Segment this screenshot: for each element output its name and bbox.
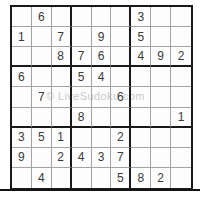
cell-r4c4[interactable]: 5	[72, 67, 92, 87]
cell-r4c8[interactable]	[151, 67, 171, 87]
cell-r3c6[interactable]	[111, 47, 131, 67]
cell-r6c3[interactable]	[52, 108, 72, 128]
cell-r1c8[interactable]	[151, 7, 171, 27]
cell-r7c3[interactable]: 1	[52, 128, 72, 148]
cell-r2c5[interactable]: 9	[92, 27, 112, 47]
cell-r9c2[interactable]: 4	[32, 168, 52, 188]
cell-r9c9[interactable]	[171, 168, 191, 188]
cell-r5c4[interactable]	[72, 87, 92, 107]
cell-r9c4[interactable]	[72, 168, 92, 188]
cell-r8c5[interactable]: 3	[92, 148, 112, 168]
cell-r7c8[interactable]	[151, 128, 171, 148]
cell-r5c6[interactable]: 6	[111, 87, 131, 107]
cell-r6c7[interactable]	[131, 108, 151, 128]
cell-r4c9[interactable]	[171, 67, 191, 87]
cell-r9c7[interactable]: 8	[131, 168, 151, 188]
cell-r7c5[interactable]	[92, 128, 112, 148]
cell-r2c9[interactable]	[171, 27, 191, 47]
cell-r7c1[interactable]: 3	[12, 128, 32, 148]
cell-r9c5[interactable]	[92, 168, 112, 188]
cell-r3c2[interactable]	[32, 47, 52, 67]
cell-r1c7[interactable]: 3	[131, 7, 151, 27]
cell-r6c5[interactable]	[92, 108, 112, 128]
cell-r3c3[interactable]: 8	[52, 47, 72, 67]
cell-r4c5[interactable]: 4	[92, 67, 112, 87]
cell-r2c2[interactable]	[32, 27, 52, 47]
cell-r7c6[interactable]: 2	[111, 128, 131, 148]
cell-r6c8[interactable]	[151, 108, 171, 128]
cell-r8c8[interactable]	[151, 148, 171, 168]
cell-r8c7[interactable]	[131, 148, 151, 168]
cell-r3c7[interactable]: 4	[131, 47, 151, 67]
cell-r2c8[interactable]	[151, 27, 171, 47]
cell-r9c3[interactable]	[52, 168, 72, 188]
cell-r7c7[interactable]	[131, 128, 151, 148]
cell-r5c7[interactable]	[131, 87, 151, 107]
cell-r8c3[interactable]: 2	[52, 148, 72, 168]
cell-r6c1[interactable]	[12, 108, 32, 128]
bottom-divider-line	[0, 189, 200, 191]
cell-r5c2[interactable]: 7	[32, 87, 52, 107]
cell-r8c6[interactable]: 7	[111, 148, 131, 168]
cell-r7c4[interactable]	[72, 128, 92, 148]
cell-r4c3[interactable]	[52, 67, 72, 87]
sudoku-board: 63179587649265476813512924374582	[10, 5, 193, 190]
cell-r7c2[interactable]: 5	[32, 128, 52, 148]
cell-r8c9[interactable]	[171, 148, 191, 168]
cell-r6c6[interactable]	[111, 108, 131, 128]
cell-r4c6[interactable]	[111, 67, 131, 87]
cell-r3c8[interactable]: 9	[151, 47, 171, 67]
cell-r1c2[interactable]: 6	[32, 7, 52, 27]
cell-r6c2[interactable]	[32, 108, 52, 128]
cell-r3c9[interactable]: 2	[171, 47, 191, 67]
cell-r7c9[interactable]	[171, 128, 191, 148]
cell-r4c7[interactable]	[131, 67, 151, 87]
cell-r9c1[interactable]	[12, 168, 32, 188]
cell-r2c4[interactable]	[72, 27, 92, 47]
cell-r1c1[interactable]	[12, 7, 32, 27]
cell-r1c3[interactable]	[52, 7, 72, 27]
cell-r3c4[interactable]: 7	[72, 47, 92, 67]
cell-r4c1[interactable]: 6	[12, 67, 32, 87]
cell-r8c4[interactable]: 4	[72, 148, 92, 168]
cell-r6c4[interactable]: 8	[72, 108, 92, 128]
cell-r5c9[interactable]	[171, 87, 191, 107]
cell-r9c6[interactable]: 5	[111, 168, 131, 188]
page: © LiveSudoku.com 63179587649265476813512…	[0, 0, 200, 200]
cell-r1c6[interactable]	[111, 7, 131, 27]
cell-r5c5[interactable]	[92, 87, 112, 107]
cell-r6c9[interactable]: 1	[171, 108, 191, 128]
cell-r3c5[interactable]: 6	[92, 47, 112, 67]
cell-r1c4[interactable]	[72, 7, 92, 27]
cell-r2c1[interactable]: 1	[12, 27, 32, 47]
cell-r3c1[interactable]	[12, 47, 32, 67]
cell-r5c8[interactable]	[151, 87, 171, 107]
cell-r5c1[interactable]	[12, 87, 32, 107]
cell-r2c6[interactable]	[111, 27, 131, 47]
cell-r1c9[interactable]	[171, 7, 191, 27]
cell-r1c5[interactable]	[92, 7, 112, 27]
cell-r9c8[interactable]: 2	[151, 168, 171, 188]
cell-r8c1[interactable]: 9	[12, 148, 32, 168]
cell-r4c2[interactable]	[32, 67, 52, 87]
cell-r2c3[interactable]: 7	[52, 27, 72, 47]
cell-r8c2[interactable]	[32, 148, 52, 168]
cell-r2c7[interactable]: 5	[131, 27, 151, 47]
cell-r5c3[interactable]	[52, 87, 72, 107]
